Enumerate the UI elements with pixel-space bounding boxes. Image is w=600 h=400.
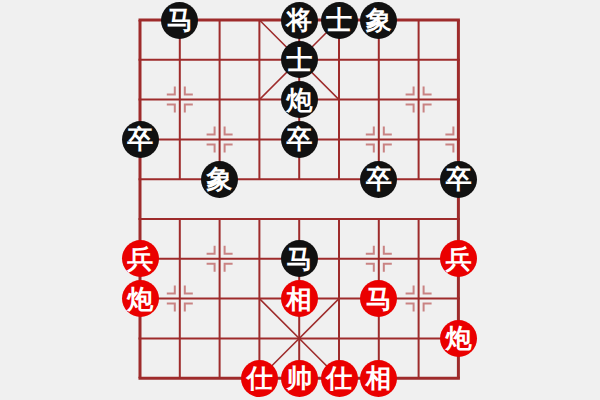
piece-black-general[interactable]: 将 [281,2,318,39]
piece-black-cannon[interactable]: 炮 [281,81,318,118]
piece-black-advisor[interactable]: 士 [281,41,318,78]
piece-black-elephant[interactable]: 象 [360,2,397,39]
piece-red-advisor[interactable]: 仕 [241,360,278,397]
piece-red-soldier[interactable]: 兵 [440,240,477,277]
piece-black-horse[interactable]: 马 [281,240,318,277]
piece-red-cannon[interactable]: 炮 [440,320,477,357]
piece-red-advisor[interactable]: 仕 [321,360,358,397]
piece-red-cannon[interactable]: 炮 [122,280,159,317]
piece-black-soldier[interactable]: 卒 [360,161,397,198]
piece-red-soldier[interactable]: 兵 [122,240,159,277]
piece-black-soldier[interactable]: 卒 [440,161,477,198]
piece-red-general[interactable]: 帅 [281,360,318,397]
piece-red-horse[interactable]: 马 [360,280,397,317]
piece-red-elephant[interactable]: 相 [281,280,318,317]
piece-black-horse[interactable]: 马 [161,2,198,39]
piece-black-elephant[interactable]: 象 [201,161,238,198]
piece-red-elephant[interactable]: 相 [360,360,397,397]
xiangqi-board: 马将士象士炮卒卒象卒卒兵马兵炮相马炮仕帅仕相 [0,0,600,400]
piece-black-soldier[interactable]: 卒 [281,121,318,158]
piece-black-soldier[interactable]: 卒 [122,121,159,158]
piece-black-advisor[interactable]: 士 [321,2,358,39]
